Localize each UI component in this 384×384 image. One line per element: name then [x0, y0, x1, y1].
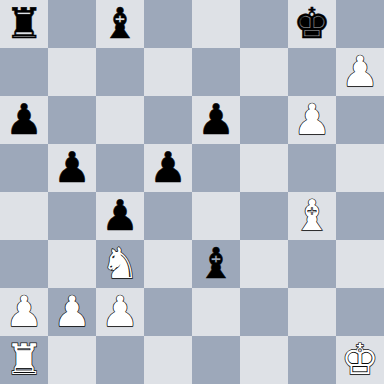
square-b6[interactable] [48, 96, 96, 144]
square-c6[interactable] [96, 96, 144, 144]
square-d1[interactable] [144, 336, 192, 384]
square-b7[interactable] [48, 48, 96, 96]
square-b2[interactable]: ♟ [48, 288, 96, 336]
square-c2[interactable]: ♟ [96, 288, 144, 336]
chess-board: ♜♝♚♟♟♟♟♟♟♟♝♞♝♟♟♟♜♚ [0, 0, 384, 384]
square-h6[interactable] [336, 96, 384, 144]
square-g6[interactable]: ♟ [288, 96, 336, 144]
square-h4[interactable] [336, 192, 384, 240]
piece-white-pawn[interactable]: ♟ [293, 96, 331, 144]
square-d6[interactable] [144, 96, 192, 144]
square-f5[interactable] [240, 144, 288, 192]
square-h2[interactable] [336, 288, 384, 336]
square-c4[interactable]: ♟ [96, 192, 144, 240]
square-g8[interactable]: ♚ [288, 0, 336, 48]
square-e8[interactable] [192, 0, 240, 48]
square-f8[interactable] [240, 0, 288, 48]
piece-black-pawn[interactable]: ♟ [149, 144, 187, 192]
piece-white-knight[interactable]: ♞ [101, 240, 139, 288]
square-e5[interactable] [192, 144, 240, 192]
square-a5[interactable] [0, 144, 48, 192]
piece-black-pawn[interactable]: ♟ [53, 144, 91, 192]
piece-black-bishop[interactable]: ♝ [101, 0, 139, 48]
square-h1[interactable]: ♚ [336, 336, 384, 384]
square-a3[interactable] [0, 240, 48, 288]
square-c1[interactable] [96, 336, 144, 384]
square-e2[interactable] [192, 288, 240, 336]
square-g5[interactable] [288, 144, 336, 192]
square-f7[interactable] [240, 48, 288, 96]
square-g7[interactable] [288, 48, 336, 96]
square-a8[interactable]: ♜ [0, 0, 48, 48]
square-g4[interactable]: ♝ [288, 192, 336, 240]
square-d2[interactable] [144, 288, 192, 336]
square-c5[interactable] [96, 144, 144, 192]
square-f4[interactable] [240, 192, 288, 240]
square-f2[interactable] [240, 288, 288, 336]
square-a7[interactable] [0, 48, 48, 96]
square-a6[interactable]: ♟ [0, 96, 48, 144]
square-d8[interactable] [144, 0, 192, 48]
piece-white-pawn[interactable]: ♟ [101, 288, 139, 336]
piece-black-pawn[interactable]: ♟ [197, 96, 235, 144]
square-e1[interactable] [192, 336, 240, 384]
square-f1[interactable] [240, 336, 288, 384]
piece-white-bishop[interactable]: ♝ [293, 192, 331, 240]
square-b5[interactable]: ♟ [48, 144, 96, 192]
square-c7[interactable] [96, 48, 144, 96]
square-e3[interactable]: ♝ [192, 240, 240, 288]
square-a4[interactable] [0, 192, 48, 240]
square-b3[interactable] [48, 240, 96, 288]
piece-white-pawn[interactable]: ♟ [53, 288, 91, 336]
square-g1[interactable] [288, 336, 336, 384]
square-e7[interactable] [192, 48, 240, 96]
square-e4[interactable] [192, 192, 240, 240]
square-d4[interactable] [144, 192, 192, 240]
piece-white-king[interactable]: ♚ [341, 336, 379, 384]
square-d7[interactable] [144, 48, 192, 96]
piece-white-pawn[interactable]: ♟ [341, 48, 379, 96]
piece-black-rook[interactable]: ♜ [5, 0, 43, 48]
square-b8[interactable] [48, 0, 96, 48]
square-h7[interactable]: ♟ [336, 48, 384, 96]
piece-black-bishop[interactable]: ♝ [197, 240, 235, 288]
square-a1[interactable]: ♜ [0, 336, 48, 384]
square-f3[interactable] [240, 240, 288, 288]
square-h3[interactable] [336, 240, 384, 288]
piece-white-pawn[interactable]: ♟ [5, 288, 43, 336]
piece-black-pawn[interactable]: ♟ [5, 96, 43, 144]
square-d3[interactable] [144, 240, 192, 288]
square-h5[interactable] [336, 144, 384, 192]
square-f6[interactable] [240, 96, 288, 144]
square-h8[interactable] [336, 0, 384, 48]
square-b4[interactable] [48, 192, 96, 240]
square-e6[interactable]: ♟ [192, 96, 240, 144]
square-b1[interactable] [48, 336, 96, 384]
square-g2[interactable] [288, 288, 336, 336]
piece-white-rook[interactable]: ♜ [5, 336, 43, 384]
piece-black-pawn[interactable]: ♟ [101, 192, 139, 240]
square-c3[interactable]: ♞ [96, 240, 144, 288]
square-a2[interactable]: ♟ [0, 288, 48, 336]
square-c8[interactable]: ♝ [96, 0, 144, 48]
piece-black-king[interactable]: ♚ [293, 0, 331, 48]
square-d5[interactable]: ♟ [144, 144, 192, 192]
square-g3[interactable] [288, 240, 336, 288]
